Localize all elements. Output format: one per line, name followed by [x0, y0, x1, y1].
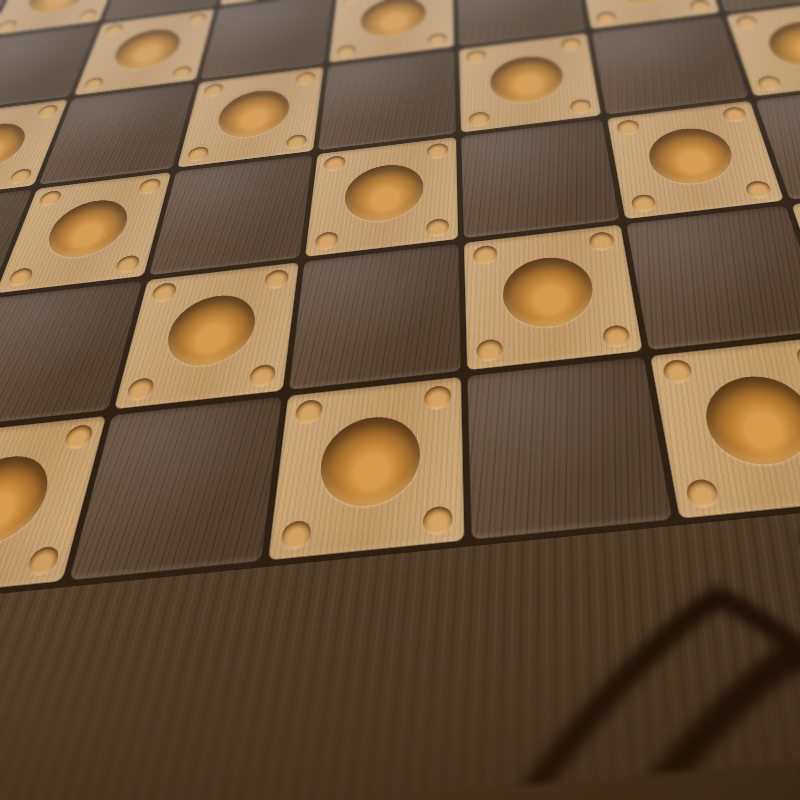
corner-dimple-tl	[662, 359, 694, 384]
corner-dimple-tr	[63, 424, 95, 449]
square-d2	[289, 243, 462, 390]
corner-dimple-tl	[735, 15, 759, 29]
corner-dimple-bl	[469, 111, 490, 127]
corner-dimple-tr	[721, 106, 747, 123]
corner-dimple-tl	[104, 24, 125, 36]
corner-dimple-bl	[476, 339, 503, 363]
corner-dimple-br	[8, 168, 33, 184]
corner-dimple-br	[428, 33, 447, 47]
square-d4	[318, 50, 456, 151]
corner-dimple-tl	[37, 190, 63, 207]
square-f3	[607, 101, 784, 220]
square-e4	[459, 33, 602, 133]
corner-dimple-bl	[227, 0, 246, 1]
corner-dimple-tr	[560, 37, 581, 51]
square-e2	[464, 224, 643, 370]
corner-dimple-bl	[126, 377, 156, 401]
square-f4	[591, 15, 749, 114]
corner-dimple-br	[426, 218, 449, 237]
corner-dimple-tl	[151, 282, 178, 302]
piece-recess	[342, 161, 423, 226]
engraved-chevron-emblem-icon	[373, 477, 800, 800]
piece-recess	[0, 120, 33, 175]
piece-recess	[109, 26, 185, 73]
corner-dimple-bl	[82, 77, 104, 91]
corner-dimple-tr	[36, 104, 59, 118]
corner-dimple-tr	[187, 13, 207, 25]
perspective-scene	[0, 0, 800, 800]
piece-recess	[317, 412, 421, 511]
piece-recess	[40, 196, 135, 261]
corner-dimple-tl	[466, 50, 486, 64]
piece-recess	[489, 53, 566, 107]
corner-dimple-tr	[137, 178, 162, 195]
corner-dimple-br	[569, 99, 592, 115]
corner-dimple-br	[25, 546, 61, 576]
corner-dimple-tl	[473, 245, 498, 265]
corner-dimple-bl	[756, 75, 782, 91]
corner-dimple-tl	[616, 119, 640, 136]
piece-recess	[160, 291, 260, 370]
corner-dimple-bl	[186, 146, 209, 162]
square-c4	[177, 66, 324, 167]
corner-dimple-tl	[342, 0, 360, 5]
corner-dimple-tl	[203, 83, 225, 97]
corner-dimple-tr	[588, 231, 615, 251]
piece-recess	[698, 371, 800, 469]
corner-dimple-br	[248, 364, 276, 388]
corner-dimple-tr	[427, 143, 448, 160]
checkers-board	[0, 0, 800, 800]
corner-dimple-bl	[630, 194, 657, 213]
square-d3	[305, 137, 459, 257]
piece-recess	[644, 124, 739, 188]
corner-dimple-bl	[596, 11, 617, 24]
corner-dimple-tr	[263, 269, 289, 289]
corner-dimple-br	[285, 134, 307, 150]
corner-dimple-bl	[0, 20, 18, 32]
corner-dimple-br	[77, 9, 98, 21]
corner-dimple-br	[114, 255, 141, 274]
corner-dimple-br	[744, 180, 773, 199]
corner-dimple-br	[688, 0, 711, 12]
corner-dimple-bl	[336, 44, 356, 58]
corner-dimple-tr	[794, 344, 800, 369]
corner-dimple-bl	[315, 231, 339, 250]
corner-dimple-tr	[424, 385, 451, 410]
piece-recess	[359, 0, 426, 40]
piece-recess	[501, 253, 597, 331]
square-c3	[149, 155, 313, 276]
corner-dimple-br	[602, 324, 631, 348]
corner-dimple-tl	[323, 155, 345, 172]
square-f2	[626, 205, 800, 350]
piece-recess	[608, 0, 684, 7]
corner-dimple-tl	[295, 399, 324, 424]
piece-recess	[762, 18, 800, 71]
square-e3	[461, 119, 620, 239]
corner-dimple-br	[171, 66, 192, 80]
corner-dimple-tr	[295, 71, 316, 85]
camera-tilt	[0, 0, 800, 800]
piece-recess	[213, 87, 292, 142]
corner-dimple-bl	[7, 267, 35, 286]
piece-recess	[0, 451, 59, 550]
board-photo	[0, 0, 800, 800]
square-b4	[38, 83, 195, 185]
corner-dimple-bl	[281, 520, 313, 550]
